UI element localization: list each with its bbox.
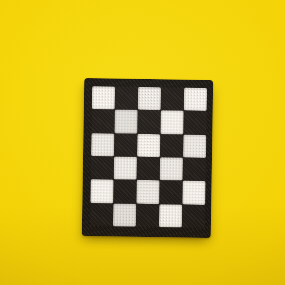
photo-background [0,0,285,285]
square-black-r4c1 [91,156,114,180]
square-white-r2c2 [114,110,137,134]
square-black-r1c2 [115,86,138,110]
square-white-r1c3 [138,87,161,111]
square-white-r3c1 [91,133,114,157]
square-white-r6c4 [159,204,182,228]
square-white-r4c4 [160,157,183,181]
square-black-r5c2 [113,180,136,204]
square-black-r3c2 [114,133,137,157]
square-white-r5c3 [136,180,159,204]
square-white-r2c4 [160,111,183,135]
square-black-r4c3 [137,157,160,181]
square-white-r5c1 [90,179,113,203]
square-white-r6c2 [113,203,136,227]
square-black-r2c3 [137,110,160,134]
checkered-patch [82,78,213,238]
square-white-r3c3 [137,133,160,157]
square-white-r1c5 [184,88,207,112]
square-white-r4c2 [114,156,137,180]
square-white-r3c5 [183,134,206,158]
square-black-r6c3 [136,203,159,227]
square-black-r6c5 [182,204,205,228]
square-black-r4c5 [183,158,206,182]
square-white-r1c1 [92,86,115,110]
square-black-r2c1 [91,109,114,133]
checkerboard [90,86,207,228]
square-white-r5c5 [182,181,205,205]
square-black-r3c4 [160,134,183,158]
square-black-r6c1 [90,203,113,227]
square-black-r1c4 [161,87,184,111]
square-black-r5c4 [159,181,182,205]
square-black-r2c5 [183,111,206,135]
